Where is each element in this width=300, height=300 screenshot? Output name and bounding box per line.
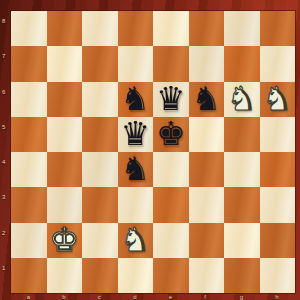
square-d1[interactable] [118,258,154,293]
square-c2[interactable] [82,223,118,258]
rank-label-4: 4 [2,159,5,165]
square-a5[interactable] [11,117,47,152]
square-h2[interactable] [260,223,296,258]
square-f7[interactable] [189,46,225,81]
square-b5[interactable] [47,117,83,152]
file-label-c: c [98,294,101,300]
file-label-a: a [27,294,30,300]
white-knight-g6[interactable]: ♞ [227,82,257,115]
square-h3[interactable] [260,187,296,222]
square-a7[interactable] [11,46,47,81]
file-label-f: f [204,294,206,300]
square-f6[interactable]: ♞ [189,82,225,117]
rank-label-2: 2 [2,230,5,236]
chess-board: ♞♛♞♞♞♛♚♞♚♞ [11,11,295,293]
square-c8[interactable] [82,11,118,46]
square-d7[interactable] [118,46,154,81]
square-h7[interactable] [260,46,296,81]
black-knight-f6[interactable]: ♞ [191,82,221,115]
square-f5[interactable] [189,117,225,152]
square-d5[interactable]: ♛ [118,117,154,152]
square-h8[interactable] [260,11,296,46]
rank-label-5: 5 [2,124,5,130]
square-f1[interactable] [189,258,225,293]
square-g2[interactable] [224,223,260,258]
square-g6[interactable]: ♞ [224,82,260,117]
square-g5[interactable] [224,117,260,152]
black-queen-e6[interactable]: ♛ [156,82,186,115]
square-e6[interactable]: ♛ [153,82,189,117]
file-label-b: b [62,294,65,300]
black-king-e5[interactable]: ♚ [156,117,186,150]
square-f8[interactable] [189,11,225,46]
square-b1[interactable] [47,258,83,293]
square-e8[interactable] [153,11,189,46]
rank-label-7: 7 [2,53,5,59]
square-b6[interactable] [47,82,83,117]
square-h4[interactable] [260,152,296,187]
square-h5[interactable] [260,117,296,152]
square-b3[interactable] [47,187,83,222]
black-knight-d6[interactable]: ♞ [120,82,150,115]
square-g3[interactable] [224,187,260,222]
rank-label-1: 1 [2,265,5,271]
square-c6[interactable] [82,82,118,117]
square-b7[interactable] [47,46,83,81]
square-g8[interactable] [224,11,260,46]
file-label-d: d [133,294,136,300]
rank-label-3: 3 [2,194,5,200]
white-knight-h6[interactable]: ♞ [262,82,292,115]
square-d6[interactable]: ♞ [118,82,154,117]
square-c7[interactable] [82,46,118,81]
square-e5[interactable]: ♚ [153,117,189,152]
file-label-g: g [240,294,243,300]
square-c3[interactable] [82,187,118,222]
square-f2[interactable] [189,223,225,258]
white-knight-d2[interactable]: ♞ [120,223,150,256]
square-a4[interactable] [11,152,47,187]
rank-label-8: 8 [2,18,5,24]
file-label-e: e [169,294,172,300]
square-f3[interactable] [189,187,225,222]
square-c1[interactable] [82,258,118,293]
square-e1[interactable] [153,258,189,293]
file-label-h: h [275,294,278,300]
square-c4[interactable] [82,152,118,187]
rank-label-6: 6 [2,89,5,95]
square-b2[interactable]: ♚ [47,223,83,258]
square-f4[interactable] [189,152,225,187]
square-e4[interactable] [153,152,189,187]
square-a8[interactable] [11,11,47,46]
square-b4[interactable] [47,152,83,187]
chessboard-frame: ♞♛♞♞♞♛♚♞♚♞ 87654321abcdefgh [0,0,300,300]
square-g1[interactable] [224,258,260,293]
square-h1[interactable] [260,258,296,293]
square-e7[interactable] [153,46,189,81]
square-d8[interactable] [118,11,154,46]
square-a1[interactable] [11,258,47,293]
square-d4[interactable]: ♞ [118,152,154,187]
square-b8[interactable] [47,11,83,46]
square-e3[interactable] [153,187,189,222]
square-d2[interactable]: ♞ [118,223,154,258]
square-h6[interactable]: ♞ [260,82,296,117]
square-d3[interactable] [118,187,154,222]
square-g7[interactable] [224,46,260,81]
square-a3[interactable] [11,187,47,222]
square-g4[interactable] [224,152,260,187]
white-king-b2[interactable]: ♚ [49,223,79,256]
black-queen-d5[interactable]: ♛ [120,117,150,150]
square-a6[interactable] [11,82,47,117]
square-e2[interactable] [153,223,189,258]
black-knight-d4[interactable]: ♞ [120,152,150,185]
square-c5[interactable] [82,117,118,152]
square-a2[interactable] [11,223,47,258]
